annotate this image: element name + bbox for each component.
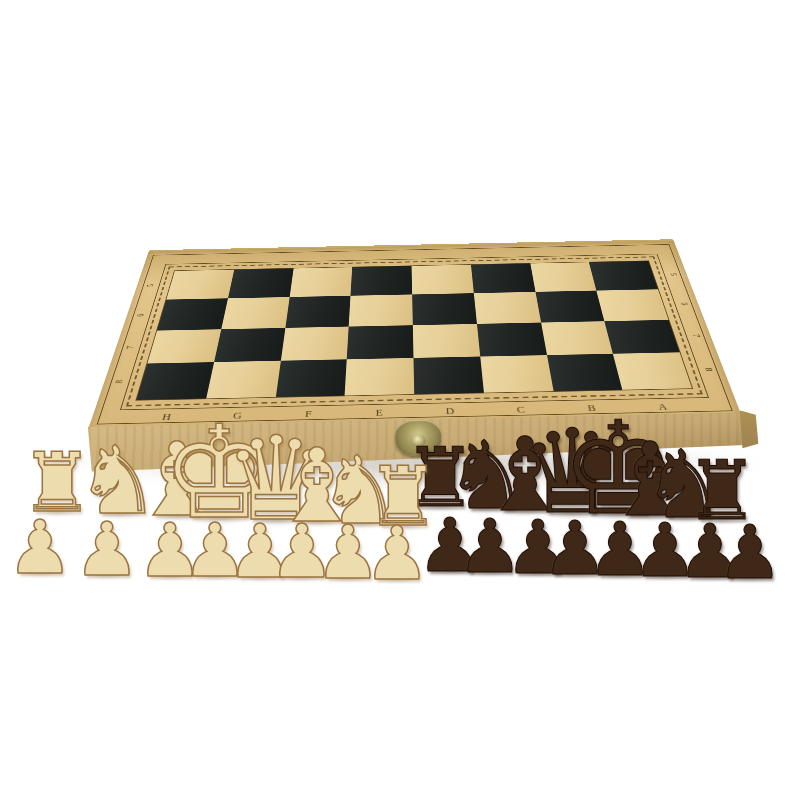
chess-piece-white-pawn: ♟ [74, 512, 140, 586]
chess-piece-white-pawn: ♟ [7, 510, 73, 584]
scene: HGFEDCBA 5678 5678 ♜♞♝♚♛♝♞♜♜♞♝♛♚♝♞♜♟♟♟♟♟… [0, 0, 800, 800]
pieces-layer: ♜♞♝♚♛♝♞♜♜♞♝♛♚♝♞♜♟♟♟♟♟♟♟♟♟♟♟♟♟♟♟♟ [0, 0, 800, 800]
chess-piece-white-pawn: ♟ [364, 516, 430, 590]
chess-piece-black-pawn: ♟ [717, 515, 783, 589]
